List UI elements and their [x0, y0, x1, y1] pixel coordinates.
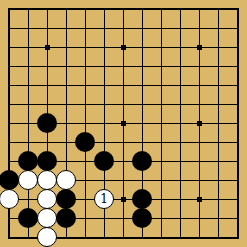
intersection[interactable] [0, 114, 19, 133]
intersection[interactable] [209, 38, 228, 57]
intersection[interactable] [152, 209, 171, 228]
intersection[interactable] [76, 95, 95, 114]
intersection[interactable] [171, 133, 190, 152]
intersection[interactable] [38, 38, 57, 57]
intersection[interactable] [190, 0, 209, 19]
intersection[interactable] [152, 228, 171, 247]
black-stone [37, 113, 57, 133]
intersection[interactable] [114, 76, 133, 95]
intersection[interactable] [171, 57, 190, 76]
intersection[interactable] [190, 209, 209, 228]
white-stone [37, 170, 57, 190]
intersection[interactable] [19, 114, 38, 133]
intersection[interactable] [171, 114, 190, 133]
intersection[interactable] [76, 152, 95, 171]
white-stone [0, 189, 19, 209]
star-point [45, 45, 50, 50]
intersection[interactable] [38, 19, 57, 38]
intersection[interactable] [57, 19, 76, 38]
black-stone [37, 151, 57, 171]
intersection[interactable] [114, 171, 133, 190]
intersection[interactable] [171, 0, 190, 19]
intersection[interactable] [57, 152, 76, 171]
intersection[interactable] [190, 190, 209, 209]
intersection[interactable] [133, 190, 152, 209]
intersection[interactable] [114, 0, 133, 19]
intersection[interactable] [19, 76, 38, 95]
intersection[interactable] [190, 171, 209, 190]
intersection[interactable] [76, 57, 95, 76]
intersection[interactable] [0, 171, 19, 190]
intersection[interactable] [133, 209, 152, 228]
intersection[interactable] [228, 228, 247, 247]
white-stone: 1 [94, 189, 114, 209]
intersection[interactable] [114, 38, 133, 57]
intersection[interactable] [114, 228, 133, 247]
intersection[interactable] [0, 209, 19, 228]
star-point [121, 197, 126, 202]
intersection[interactable] [133, 171, 152, 190]
intersection[interactable] [76, 133, 95, 152]
star-point [121, 45, 126, 50]
intersection[interactable] [171, 76, 190, 95]
intersection[interactable] [19, 133, 38, 152]
intersection[interactable] [95, 19, 114, 38]
black-stone [56, 189, 76, 209]
intersection[interactable] [209, 190, 228, 209]
intersection[interactable] [209, 171, 228, 190]
intersection[interactable]: 1 [95, 190, 114, 209]
intersection[interactable] [209, 76, 228, 95]
intersection[interactable] [152, 190, 171, 209]
black-stone [75, 132, 95, 152]
white-stone [37, 189, 57, 209]
intersection[interactable] [95, 209, 114, 228]
intersection[interactable] [190, 95, 209, 114]
intersection[interactable] [190, 76, 209, 95]
intersection[interactable] [38, 76, 57, 95]
intersection[interactable] [95, 0, 114, 19]
intersection[interactable] [228, 171, 247, 190]
intersection[interactable] [171, 152, 190, 171]
intersection[interactable] [190, 228, 209, 247]
intersection[interactable] [76, 171, 95, 190]
intersection[interactable] [95, 114, 114, 133]
intersection[interactable] [228, 19, 247, 38]
intersection[interactable] [38, 133, 57, 152]
intersection[interactable] [209, 57, 228, 76]
black-stone [94, 151, 114, 171]
intersection[interactable] [0, 76, 19, 95]
star-point [197, 45, 202, 50]
intersection[interactable] [19, 228, 38, 247]
intersection[interactable] [38, 209, 57, 228]
intersection[interactable] [209, 152, 228, 171]
intersection[interactable] [171, 95, 190, 114]
intersection[interactable] [228, 114, 247, 133]
intersection[interactable] [171, 171, 190, 190]
intersection[interactable] [209, 228, 228, 247]
intersection[interactable] [171, 228, 190, 247]
intersection[interactable] [190, 38, 209, 57]
intersection[interactable] [228, 152, 247, 171]
intersection[interactable] [38, 190, 57, 209]
intersection[interactable] [95, 38, 114, 57]
intersection[interactable] [76, 114, 95, 133]
intersection[interactable] [228, 76, 247, 95]
white-stone [56, 170, 76, 190]
intersection[interactable] [133, 133, 152, 152]
star-point [197, 197, 202, 202]
intersection[interactable] [19, 57, 38, 76]
intersection[interactable] [0, 133, 19, 152]
intersection[interactable] [171, 38, 190, 57]
intersection[interactable] [19, 152, 38, 171]
intersection[interactable] [228, 38, 247, 57]
intersection[interactable] [133, 19, 152, 38]
black-stone [18, 208, 38, 228]
intersection[interactable] [152, 0, 171, 19]
intersection[interactable] [19, 209, 38, 228]
intersection[interactable] [133, 76, 152, 95]
intersection[interactable] [57, 57, 76, 76]
intersection[interactable] [76, 209, 95, 228]
intersection[interactable] [0, 152, 19, 171]
intersection[interactable] [38, 171, 57, 190]
intersection[interactable] [57, 76, 76, 95]
intersection[interactable] [152, 171, 171, 190]
intersection[interactable] [57, 0, 76, 19]
go-diagram: 1 [0, 0, 247, 247]
intersection[interactable] [171, 190, 190, 209]
intersection[interactable] [209, 19, 228, 38]
intersection[interactable] [95, 171, 114, 190]
intersection[interactable] [152, 19, 171, 38]
intersection[interactable] [190, 114, 209, 133]
black-stone [0, 170, 19, 190]
intersection[interactable] [95, 133, 114, 152]
intersection[interactable] [76, 76, 95, 95]
intersection[interactable] [190, 19, 209, 38]
intersection[interactable] [95, 228, 114, 247]
intersection[interactable] [0, 228, 19, 247]
intersection[interactable] [19, 38, 38, 57]
intersection[interactable] [19, 0, 38, 19]
intersection[interactable] [209, 133, 228, 152]
intersection[interactable] [209, 0, 228, 19]
intersection[interactable] [0, 0, 19, 19]
intersection[interactable] [152, 57, 171, 76]
intersection[interactable] [152, 152, 171, 171]
intersection[interactable] [152, 95, 171, 114]
intersection[interactable] [57, 190, 76, 209]
black-stone [132, 208, 152, 228]
intersection[interactable] [133, 38, 152, 57]
intersection[interactable] [114, 133, 133, 152]
intersection[interactable] [57, 114, 76, 133]
intersection[interactable] [209, 95, 228, 114]
intersection[interactable] [95, 152, 114, 171]
intersection[interactable] [114, 190, 133, 209]
intersection[interactable] [209, 209, 228, 228]
intersection[interactable] [133, 114, 152, 133]
intersection[interactable] [152, 114, 171, 133]
intersection[interactable] [95, 76, 114, 95]
star-point [121, 121, 126, 126]
intersection[interactable] [57, 95, 76, 114]
black-stone [18, 151, 38, 171]
intersection[interactable] [190, 133, 209, 152]
intersection[interactable] [19, 95, 38, 114]
intersection[interactable] [0, 190, 19, 209]
intersection[interactable] [38, 114, 57, 133]
intersection[interactable] [38, 228, 57, 247]
intersection[interactable] [133, 152, 152, 171]
intersection[interactable] [171, 209, 190, 228]
intersection[interactable] [95, 57, 114, 76]
intersection[interactable] [133, 95, 152, 114]
go-board[interactable]: 1 [0, 0, 247, 247]
black-stone [132, 151, 152, 171]
intersection[interactable] [57, 171, 76, 190]
intersection[interactable] [228, 133, 247, 152]
intersection[interactable] [171, 19, 190, 38]
intersection[interactable] [114, 19, 133, 38]
black-stone [56, 208, 76, 228]
intersection[interactable] [38, 0, 57, 19]
intersection[interactable] [76, 19, 95, 38]
intersection[interactable] [57, 228, 76, 247]
intersection[interactable] [114, 57, 133, 76]
intersection[interactable] [95, 95, 114, 114]
intersection[interactable] [114, 209, 133, 228]
intersection[interactable] [0, 19, 19, 38]
move-number-label: 1 [100, 193, 108, 205]
star-point [197, 121, 202, 126]
intersection[interactable] [228, 190, 247, 209]
intersection[interactable] [0, 38, 19, 57]
intersection[interactable] [152, 38, 171, 57]
intersection[interactable] [133, 57, 152, 76]
intersection[interactable] [38, 57, 57, 76]
intersection[interactable] [19, 190, 38, 209]
white-stone [37, 208, 57, 228]
intersection[interactable] [57, 209, 76, 228]
intersection[interactable] [114, 95, 133, 114]
intersection[interactable] [76, 38, 95, 57]
intersection[interactable] [38, 152, 57, 171]
intersection[interactable] [19, 171, 38, 190]
intersection[interactable] [0, 95, 19, 114]
intersection[interactable] [133, 228, 152, 247]
white-stone [18, 170, 38, 190]
intersection[interactable] [114, 114, 133, 133]
intersection[interactable] [190, 152, 209, 171]
intersection[interactable] [57, 38, 76, 57]
intersection[interactable] [209, 114, 228, 133]
intersection[interactable] [19, 19, 38, 38]
intersection[interactable] [0, 57, 19, 76]
intersection[interactable] [38, 95, 57, 114]
intersection[interactable] [228, 57, 247, 76]
white-stone [37, 227, 57, 247]
intersection[interactable] [190, 57, 209, 76]
intersection[interactable] [114, 152, 133, 171]
intersection[interactable] [228, 209, 247, 228]
intersection[interactable] [152, 133, 171, 152]
intersection[interactable] [57, 133, 76, 152]
intersection[interactable] [76, 228, 95, 247]
intersection[interactable] [152, 76, 171, 95]
intersection[interactable] [228, 95, 247, 114]
intersection[interactable] [76, 190, 95, 209]
intersection[interactable] [133, 0, 152, 19]
intersection[interactable] [76, 0, 95, 19]
intersection[interactable] [228, 0, 247, 19]
black-stone [132, 189, 152, 209]
